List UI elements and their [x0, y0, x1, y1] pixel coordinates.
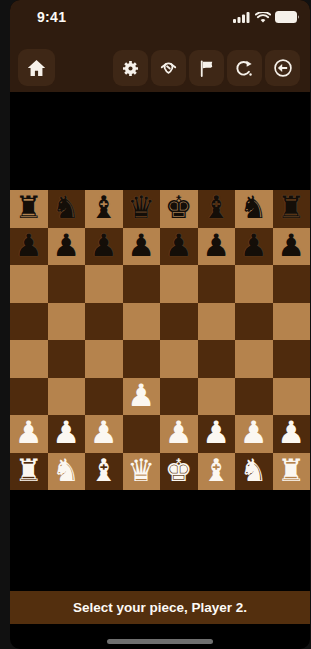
square-e4[interactable] [160, 340, 198, 378]
white-bishop: ♝ [202, 455, 230, 486]
home-button[interactable] [18, 49, 55, 86]
square-b1[interactable]: ♞ [48, 453, 86, 491]
battery-icon [275, 11, 300, 23]
redo-arrow-icon [235, 59, 254, 78]
square-a6[interactable] [10, 265, 48, 303]
redo-button[interactable] [227, 50, 262, 86]
white-pawn: ♟ [127, 380, 155, 411]
black-pawn: ♟ [15, 230, 43, 261]
white-pawn: ♟ [202, 417, 230, 448]
square-d3[interactable]: ♟ [123, 378, 161, 416]
square-h8[interactable]: ♜ [273, 190, 311, 228]
square-g5[interactable] [235, 303, 273, 341]
black-pawn: ♟ [90, 230, 118, 261]
square-f7[interactable]: ♟ [198, 228, 236, 266]
square-d4[interactable] [123, 340, 161, 378]
white-king: ♚ [165, 455, 193, 486]
square-e8[interactable]: ♚ [160, 190, 198, 228]
square-b6[interactable] [48, 265, 86, 303]
square-g4[interactable] [235, 340, 273, 378]
square-c7[interactable]: ♟ [85, 228, 123, 266]
square-c8[interactable]: ♝ [85, 190, 123, 228]
white-rook: ♜ [277, 455, 305, 486]
square-g8[interactable]: ♞ [235, 190, 273, 228]
undo-button[interactable] [265, 50, 300, 86]
square-g2[interactable]: ♟ [235, 415, 273, 453]
flag-icon [198, 59, 216, 78]
toolbar [113, 50, 300, 86]
square-a3[interactable] [10, 378, 48, 416]
square-d7[interactable]: ♟ [123, 228, 161, 266]
black-pawn: ♟ [52, 230, 80, 261]
black-pawn: ♟ [202, 230, 230, 261]
black-queen: ♛ [127, 192, 155, 223]
square-a4[interactable] [10, 340, 48, 378]
circle-left-arrow-icon [273, 58, 293, 78]
black-pawn: ♟ [277, 230, 305, 261]
black-pawn: ♟ [127, 230, 155, 261]
square-b7[interactable]: ♟ [48, 228, 86, 266]
square-c3[interactable] [85, 378, 123, 416]
square-f4[interactable] [198, 340, 236, 378]
square-b5[interactable] [48, 303, 86, 341]
square-h6[interactable] [273, 265, 311, 303]
square-f8[interactable]: ♝ [198, 190, 236, 228]
square-e3[interactable] [160, 378, 198, 416]
square-e6[interactable] [160, 265, 198, 303]
square-a1[interactable]: ♜ [10, 453, 48, 491]
wifi-icon [255, 12, 271, 23]
white-pawn: ♟ [52, 417, 80, 448]
square-h5[interactable] [273, 303, 311, 341]
white-bishop: ♝ [90, 455, 118, 486]
handshake-icon [159, 59, 178, 78]
square-d1[interactable]: ♛ [123, 453, 161, 491]
square-c6[interactable] [85, 265, 123, 303]
black-bishop: ♝ [202, 192, 230, 223]
black-knight: ♞ [240, 192, 268, 223]
square-e7[interactable]: ♟ [160, 228, 198, 266]
square-f6[interactable] [198, 265, 236, 303]
square-e5[interactable] [160, 303, 198, 341]
square-b8[interactable]: ♞ [48, 190, 86, 228]
white-pawn: ♟ [90, 417, 118, 448]
square-h4[interactable] [273, 340, 311, 378]
square-g3[interactable] [235, 378, 273, 416]
square-f3[interactable] [198, 378, 236, 416]
square-f1[interactable]: ♝ [198, 453, 236, 491]
square-e2[interactable]: ♟ [160, 415, 198, 453]
white-knight: ♞ [240, 455, 268, 486]
square-b2[interactable]: ♟ [48, 415, 86, 453]
status-bar: 9:41 [10, 0, 310, 34]
square-h3[interactable] [273, 378, 311, 416]
clock: 9:41 [37, 9, 66, 25]
square-a2[interactable]: ♟ [10, 415, 48, 453]
white-pawn: ♟ [240, 417, 268, 448]
white-rook: ♜ [15, 455, 43, 486]
square-f2[interactable]: ♟ [198, 415, 236, 453]
cellular-signal-icon [233, 12, 251, 23]
square-b3[interactable] [48, 378, 86, 416]
gear-icon [121, 59, 140, 78]
settings-button[interactable] [113, 50, 148, 86]
square-a5[interactable] [10, 303, 48, 341]
black-knight: ♞ [52, 192, 80, 223]
turn-message: Select your piece, Player 2. [73, 600, 247, 615]
square-f5[interactable] [198, 303, 236, 341]
square-d8[interactable]: ♛ [123, 190, 161, 228]
white-pawn: ♟ [277, 417, 305, 448]
square-c1[interactable]: ♝ [85, 453, 123, 491]
square-a7[interactable]: ♟ [10, 228, 48, 266]
square-h1[interactable]: ♜ [273, 453, 311, 491]
home-icon [27, 59, 46, 77]
white-knight: ♞ [52, 455, 80, 486]
black-king: ♚ [165, 192, 193, 223]
home-indicator[interactable] [107, 639, 213, 644]
white-pawn: ♟ [165, 417, 193, 448]
white-pawn: ♟ [15, 417, 43, 448]
square-h2[interactable]: ♟ [273, 415, 311, 453]
square-g7[interactable]: ♟ [235, 228, 273, 266]
square-d5[interactable] [123, 303, 161, 341]
square-b4[interactable] [48, 340, 86, 378]
black-rook: ♜ [15, 192, 43, 223]
phone-screen: 9:41 [10, 0, 310, 649]
black-pawn: ♟ [240, 230, 268, 261]
square-d2[interactable] [123, 415, 161, 453]
chess-board: ♜♞♝♛♚♝♞♜♟♟♟♟♟♟♟♟♟♟♟♟♟♟♟♟♜♞♝♛♚♝♞♜ [10, 190, 310, 490]
square-a8[interactable]: ♜ [10, 190, 48, 228]
square-c2[interactable]: ♟ [85, 415, 123, 453]
black-bishop: ♝ [90, 192, 118, 223]
message-bar: Select your piece, Player 2. [10, 591, 310, 624]
square-d6[interactable] [123, 265, 161, 303]
square-g1[interactable]: ♞ [235, 453, 273, 491]
square-h7[interactable]: ♟ [273, 228, 311, 266]
top-bar: 9:41 [10, 0, 310, 92]
square-c5[interactable] [85, 303, 123, 341]
white-queen: ♛ [127, 455, 155, 486]
square-e1[interactable]: ♚ [160, 453, 198, 491]
offer-draw-button[interactable] [151, 50, 186, 86]
square-g6[interactable] [235, 265, 273, 303]
resign-button[interactable] [189, 50, 224, 86]
black-rook: ♜ [277, 192, 305, 223]
black-pawn: ♟ [165, 230, 193, 261]
status-icons [233, 11, 300, 23]
square-c4[interactable] [85, 340, 123, 378]
